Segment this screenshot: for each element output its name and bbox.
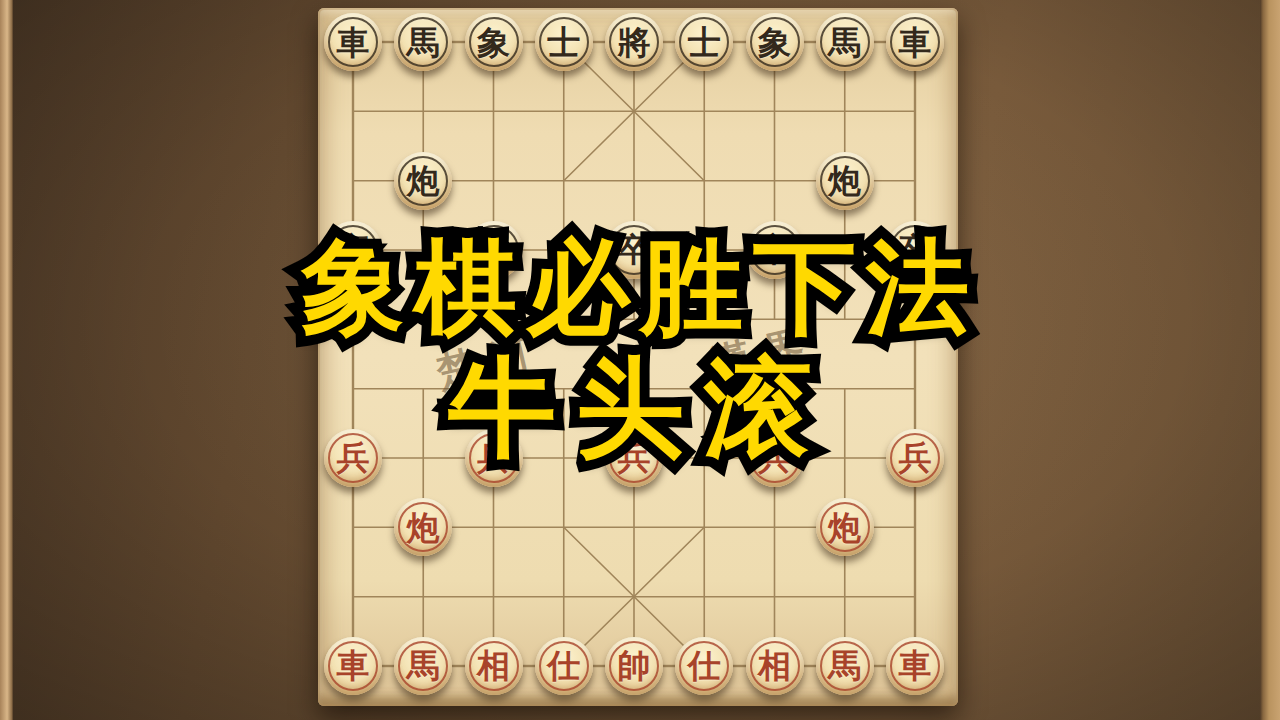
piece-glyph: 馬 xyxy=(394,13,452,71)
piece-glyph: 仕 xyxy=(675,637,733,695)
piece-glyph: 車 xyxy=(886,13,944,71)
piece-glyph: 仕 xyxy=(535,637,593,695)
overlay-title-line2-text: 牛头滚 xyxy=(448,347,832,468)
piece-glyph: 車 xyxy=(324,13,382,71)
piece-black-elephant[interactable]: 象 xyxy=(746,13,804,71)
piece-glyph: 馬 xyxy=(816,637,874,695)
piece-red-chariot[interactable]: 車 xyxy=(324,637,382,695)
piece-glyph: 將 xyxy=(605,13,663,71)
piece-black-chariot[interactable]: 車 xyxy=(324,13,382,71)
piece-glyph: 馬 xyxy=(816,13,874,71)
piece-black-cannon[interactable]: 炮 xyxy=(816,152,874,210)
piece-glyph: 炮 xyxy=(394,498,452,556)
piece-red-elephant[interactable]: 相 xyxy=(746,637,804,695)
piece-glyph: 相 xyxy=(465,637,523,695)
piece-glyph: 車 xyxy=(886,637,944,695)
piece-red-cannon[interactable]: 炮 xyxy=(394,498,452,556)
piece-glyph: 象 xyxy=(746,13,804,71)
piece-glyph: 馬 xyxy=(394,637,452,695)
piece-glyph: 炮 xyxy=(394,152,452,210)
piece-glyph: 炮 xyxy=(816,498,874,556)
piece-red-chariot[interactable]: 車 xyxy=(886,637,944,695)
piece-black-chariot[interactable]: 車 xyxy=(886,13,944,71)
piece-red-advisor[interactable]: 仕 xyxy=(675,637,733,695)
piece-black-advisor[interactable]: 士 xyxy=(535,13,593,71)
piece-black-horse[interactable]: 馬 xyxy=(816,13,874,71)
piece-glyph: 車 xyxy=(324,637,382,695)
piece-red-horse[interactable]: 馬 xyxy=(394,637,452,695)
piece-glyph: 士 xyxy=(535,13,593,71)
overlay-title-line1: 象棋必胜下法 象棋必胜下法 xyxy=(0,236,1280,339)
overlay-title-line2: 牛头滚 牛头滚 xyxy=(0,354,1280,462)
app-background: 楚河 漢界 車馬象士將士象馬車炮炮卒卒卒卒卒兵兵兵兵兵炮炮車馬相仕帥仕相馬車 象… xyxy=(0,0,1280,720)
piece-red-general[interactable]: 帥 xyxy=(605,637,663,695)
piece-black-advisor[interactable]: 士 xyxy=(675,13,733,71)
piece-red-cannon[interactable]: 炮 xyxy=(816,498,874,556)
piece-glyph: 炮 xyxy=(816,152,874,210)
piece-black-elephant[interactable]: 象 xyxy=(465,13,523,71)
piece-black-general[interactable]: 將 xyxy=(605,13,663,71)
piece-glyph: 象 xyxy=(465,13,523,71)
piece-black-cannon[interactable]: 炮 xyxy=(394,152,452,210)
piece-red-horse[interactable]: 馬 xyxy=(816,637,874,695)
piece-glyph: 士 xyxy=(675,13,733,71)
piece-red-advisor[interactable]: 仕 xyxy=(535,637,593,695)
piece-glyph: 相 xyxy=(746,637,804,695)
overlay-title-line1-text: 象棋必胜下法 xyxy=(301,230,979,345)
piece-glyph: 帥 xyxy=(605,637,663,695)
piece-red-elephant[interactable]: 相 xyxy=(465,637,523,695)
piece-black-horse[interactable]: 馬 xyxy=(394,13,452,71)
